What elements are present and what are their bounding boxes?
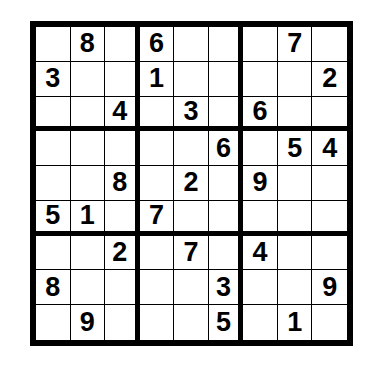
cell-r4c1-empty[interactable] bbox=[36, 131, 71, 166]
cell-r9c8-given[interactable]: 1 bbox=[278, 305, 313, 340]
cell-r9c7-empty[interactable] bbox=[243, 305, 278, 340]
cell-r5c6-empty[interactable] bbox=[209, 166, 244, 201]
cell-r2c3-empty[interactable] bbox=[105, 62, 140, 97]
cell-r9c9-empty[interactable] bbox=[312, 305, 347, 340]
cell-r9c1-empty[interactable] bbox=[36, 305, 71, 340]
cell-r1c4-given[interactable]: 6 bbox=[140, 27, 175, 62]
cell-r1c1-empty[interactable] bbox=[36, 27, 71, 62]
cell-r7c7-given[interactable]: 4 bbox=[243, 236, 278, 271]
cell-r6c3-empty[interactable] bbox=[105, 201, 140, 236]
cell-r6c4-given[interactable]: 7 bbox=[140, 201, 175, 236]
cell-r9c2-given[interactable]: 9 bbox=[71, 305, 106, 340]
cell-r5c2-empty[interactable] bbox=[71, 166, 106, 201]
cell-r1c9-empty[interactable] bbox=[312, 27, 347, 62]
cell-r6c5-empty[interactable] bbox=[174, 201, 209, 236]
cell-r6c1-given[interactable]: 5 bbox=[36, 201, 71, 236]
cell-r2c7-empty[interactable] bbox=[243, 62, 278, 97]
cell-r8c9-given[interactable]: 9 bbox=[312, 270, 347, 305]
cell-r4c9-given[interactable]: 4 bbox=[312, 131, 347, 166]
cell-r7c6-empty[interactable] bbox=[209, 236, 244, 271]
sudoku-board: 867312436654829517274839951 bbox=[30, 21, 353, 346]
cell-r7c9-empty[interactable] bbox=[312, 236, 347, 271]
cell-r2c4-given[interactable]: 1 bbox=[140, 62, 175, 97]
cell-r5c4-empty[interactable] bbox=[140, 166, 175, 201]
cell-r3c6-empty[interactable] bbox=[209, 97, 244, 132]
cell-r7c2-empty[interactable] bbox=[71, 236, 106, 271]
cell-r8c8-empty[interactable] bbox=[278, 270, 313, 305]
cell-r3c4-empty[interactable] bbox=[140, 97, 175, 132]
cell-r8c2-empty[interactable] bbox=[71, 270, 106, 305]
cell-r3c7-given[interactable]: 6 bbox=[243, 97, 278, 132]
cell-r1c6-empty[interactable] bbox=[209, 27, 244, 62]
cell-r8c1-given[interactable]: 8 bbox=[36, 270, 71, 305]
cell-r3c9-empty[interactable] bbox=[312, 97, 347, 132]
cell-r5c8-empty[interactable] bbox=[278, 166, 313, 201]
cell-r2c9-given[interactable]: 2 bbox=[312, 62, 347, 97]
cell-r4c6-given[interactable]: 6 bbox=[209, 131, 244, 166]
cell-r3c8-empty[interactable] bbox=[278, 97, 313, 132]
cell-r7c8-empty[interactable] bbox=[278, 236, 313, 271]
cell-r9c3-empty[interactable] bbox=[105, 305, 140, 340]
cell-r6c2-given[interactable]: 1 bbox=[71, 201, 106, 236]
cell-r2c5-empty[interactable] bbox=[174, 62, 209, 97]
cell-r4c7-empty[interactable] bbox=[243, 131, 278, 166]
cell-r4c3-empty[interactable] bbox=[105, 131, 140, 166]
cell-r5c9-empty[interactable] bbox=[312, 166, 347, 201]
cell-r6c7-empty[interactable] bbox=[243, 201, 278, 236]
cell-r5c5-given[interactable]: 2 bbox=[174, 166, 209, 201]
cell-r3c3-given[interactable]: 4 bbox=[105, 97, 140, 132]
cell-r4c8-given[interactable]: 5 bbox=[278, 131, 313, 166]
cell-r8c4-empty[interactable] bbox=[140, 270, 175, 305]
cell-r7c1-empty[interactable] bbox=[36, 236, 71, 271]
cell-r6c9-empty[interactable] bbox=[312, 201, 347, 236]
cell-r7c4-empty[interactable] bbox=[140, 236, 175, 271]
cell-r2c6-empty[interactable] bbox=[209, 62, 244, 97]
cell-r9c4-empty[interactable] bbox=[140, 305, 175, 340]
cell-r8c3-empty[interactable] bbox=[105, 270, 140, 305]
cell-r4c4-empty[interactable] bbox=[140, 131, 175, 166]
cell-r6c6-empty[interactable] bbox=[209, 201, 244, 236]
cell-r2c8-empty[interactable] bbox=[278, 62, 313, 97]
cell-r8c7-empty[interactable] bbox=[243, 270, 278, 305]
cell-r1c3-empty[interactable] bbox=[105, 27, 140, 62]
cell-r4c2-empty[interactable] bbox=[71, 131, 106, 166]
cell-r3c2-empty[interactable] bbox=[71, 97, 106, 132]
cell-r1c5-empty[interactable] bbox=[174, 27, 209, 62]
cell-r2c1-given[interactable]: 3 bbox=[36, 62, 71, 97]
cell-r8c6-given[interactable]: 3 bbox=[209, 270, 244, 305]
cell-r4c5-empty[interactable] bbox=[174, 131, 209, 166]
cell-r8c5-empty[interactable] bbox=[174, 270, 209, 305]
cell-r2c2-empty[interactable] bbox=[71, 62, 106, 97]
cell-r9c6-given[interactable]: 5 bbox=[209, 305, 244, 340]
cell-r6c8-empty[interactable] bbox=[278, 201, 313, 236]
cell-r1c8-given[interactable]: 7 bbox=[278, 27, 313, 62]
cell-r7c5-given[interactable]: 7 bbox=[174, 236, 209, 271]
cell-r9c5-empty[interactable] bbox=[174, 305, 209, 340]
cell-r5c7-given[interactable]: 9 bbox=[243, 166, 278, 201]
cell-r3c1-empty[interactable] bbox=[36, 97, 71, 132]
cell-r1c7-empty[interactable] bbox=[243, 27, 278, 62]
cell-r1c2-given[interactable]: 8 bbox=[71, 27, 106, 62]
cell-r5c3-given[interactable]: 8 bbox=[105, 166, 140, 201]
cell-r5c1-empty[interactable] bbox=[36, 166, 71, 201]
cell-r7c3-given[interactable]: 2 bbox=[105, 236, 140, 271]
cell-r3c5-given[interactable]: 3 bbox=[174, 97, 209, 132]
